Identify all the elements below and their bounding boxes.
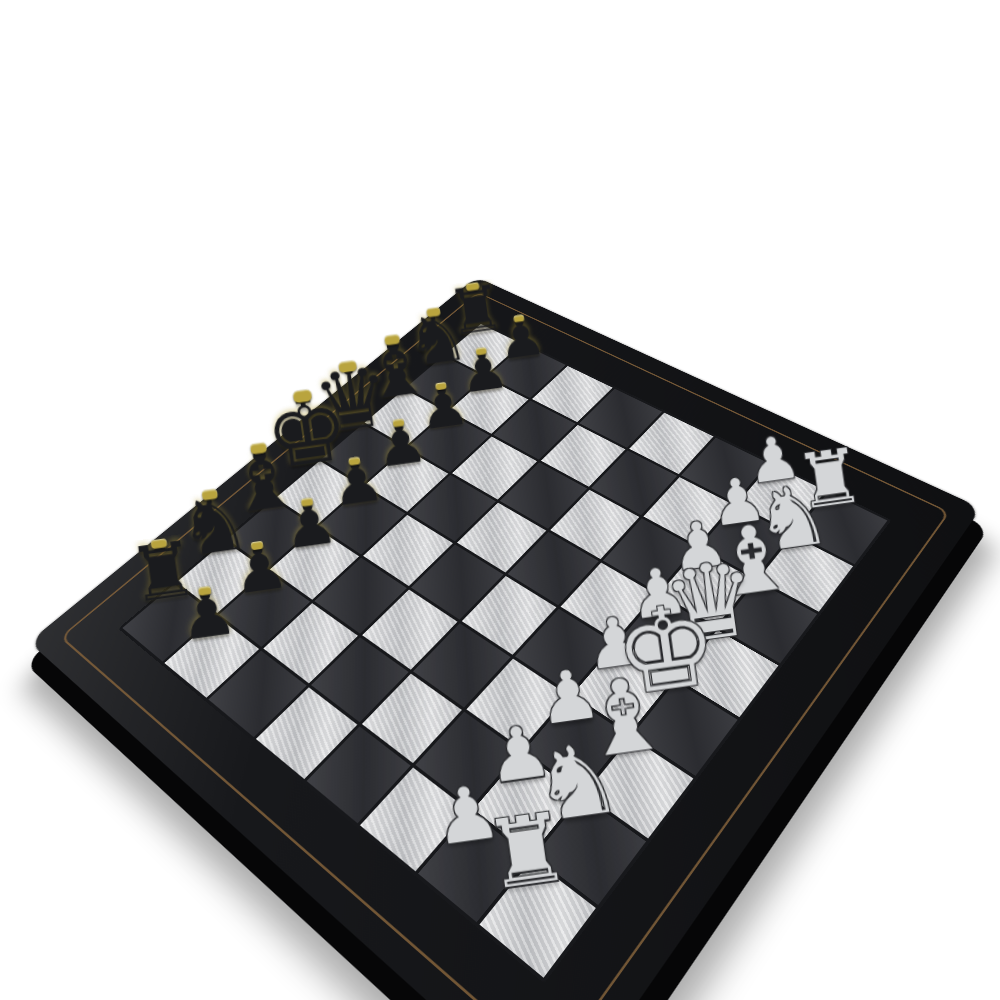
black-pawn-f7[interactable]: ♟	[280, 494, 341, 558]
black-pawn-h7[interactable]: ♟	[176, 582, 241, 650]
black-pawn-g7[interactable]: ♟	[229, 536, 292, 602]
black-pawn-e7[interactable]: ♟	[328, 453, 387, 515]
glass-tray: ♜♞♝♚♛♝♞♜♟♟♟♟♟♟♟♟♟♟♟♟♟♟♟♟♜♞♝♚♛♝♞♜	[29, 277, 981, 1000]
scene: ♜♞♝♚♛♝♞♜♟♟♟♟♟♟♟♟♟♟♟♟♟♟♟♟♜♞♝♚♛♝♞♜	[0, 0, 1000, 1000]
chess-board: ♜♞♝♚♛♝♞♜♟♟♟♟♟♟♟♟♟♟♟♟♟♟♟♟♜♞♝♚♛♝♞♜	[118, 322, 891, 984]
white-rook-h1[interactable]: ♜	[478, 801, 574, 902]
photo-backdrop: ♜♞♝♚♛♝♞♜♟♟♟♟♟♟♟♟♟♟♟♟♟♟♟♟♜♞♝♚♛♝♞♜	[0, 0, 1000, 1000]
